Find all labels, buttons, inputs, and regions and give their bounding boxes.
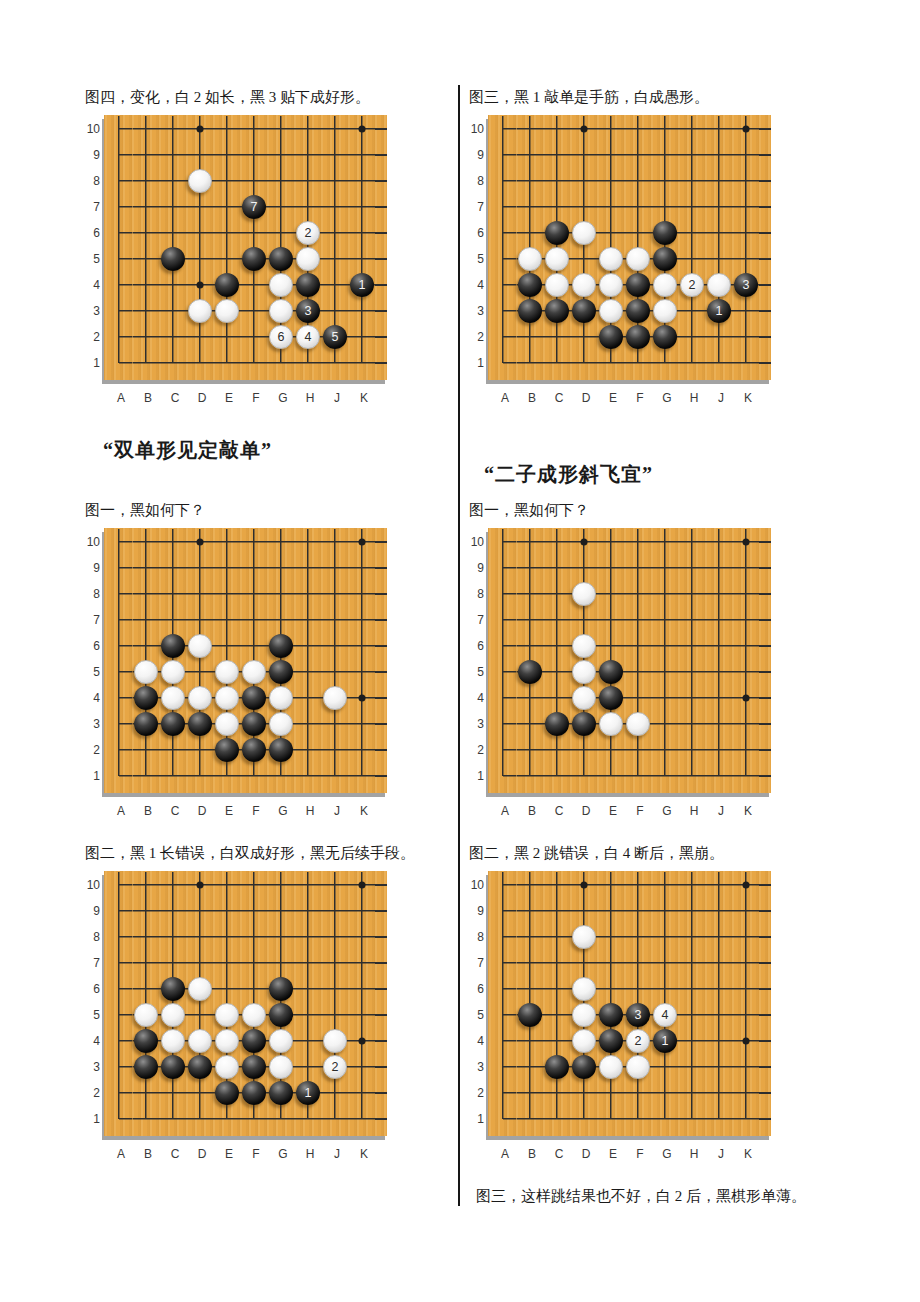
intersection-G6 — [268, 220, 295, 246]
section-heading-right: “二子成形斜飞宜” — [484, 461, 653, 488]
intersection-C7 — [160, 194, 187, 220]
intersection-G5 — [652, 246, 679, 272]
column-label-D: D — [573, 804, 600, 818]
intersection-G7 — [652, 950, 679, 976]
intersection-K7 — [733, 607, 760, 633]
intersection-F6 — [625, 220, 652, 246]
intersection-J10 — [706, 529, 733, 555]
intersection-K6 — [733, 976, 760, 1002]
intersection-K5 — [733, 246, 760, 272]
intersection-H7 — [679, 950, 706, 976]
intersection-H3 — [679, 1054, 706, 1080]
intersection-B10 — [517, 116, 544, 142]
intersection-G9 — [652, 555, 679, 581]
intersection-K7 — [733, 950, 760, 976]
intersection-B1 — [517, 763, 544, 789]
black-stone-G5 — [269, 247, 293, 271]
intersection-A4 — [106, 272, 133, 298]
intersection-A3 — [106, 1054, 133, 1080]
intersection-C3 — [544, 711, 571, 737]
row-label-9: 9 — [469, 555, 486, 581]
intersection-C4 — [544, 1028, 571, 1054]
intersection-H9 — [679, 898, 706, 924]
white-stone-G3 — [269, 712, 293, 736]
intersection-E8 — [214, 168, 241, 194]
column-labels: ABCDEFGHJK — [492, 391, 762, 405]
intersection-G7 — [268, 950, 295, 976]
intersection-H3 — [679, 298, 706, 324]
intersection-F5 — [241, 1002, 268, 1028]
white-stone-G5-move-4: 4 — [653, 1003, 677, 1027]
intersection-H5 — [295, 246, 322, 272]
intersection-C9 — [544, 898, 571, 924]
intersection-E7 — [214, 950, 241, 976]
intersection-G4 — [652, 685, 679, 711]
column-label-D: D — [189, 1147, 216, 1161]
intersection-C7 — [544, 950, 571, 976]
intersection-K8 — [349, 924, 376, 950]
intersection-J6 — [322, 976, 349, 1002]
intersection-G7 — [652, 194, 679, 220]
intersection-C6 — [160, 976, 187, 1002]
intersection-D2 — [187, 737, 214, 763]
intersection-D3 — [571, 1054, 598, 1080]
intersection-E4 — [598, 272, 625, 298]
intersection-H5 — [295, 1002, 322, 1028]
black-stone-F3 — [242, 1055, 266, 1079]
intersection-K9 — [349, 142, 376, 168]
intersection-H10 — [295, 116, 322, 142]
intersection-A2 — [106, 737, 133, 763]
intersection-C10 — [544, 116, 571, 142]
intersection-D4 — [571, 272, 598, 298]
intersection-K10 — [733, 529, 760, 555]
intersection-J2 — [706, 324, 733, 350]
intersection-E5 — [214, 1002, 241, 1028]
intersection-C6 — [544, 633, 571, 659]
white-stone-F3 — [626, 712, 650, 736]
intersection-D3 — [187, 1054, 214, 1080]
row-label-3: 3 — [85, 1054, 102, 1080]
intersection-G1 — [652, 1106, 679, 1132]
intersection-G3 — [652, 711, 679, 737]
black-stone-F4 — [242, 1029, 266, 1053]
intersection-A9 — [490, 142, 517, 168]
intersection-D2 — [187, 324, 214, 350]
intersection-B1 — [133, 350, 160, 376]
black-stone-C6 — [161, 977, 185, 1001]
column-label-D: D — [189, 391, 216, 405]
black-stone-F7-move-7: 7 — [242, 195, 266, 219]
column-label-F: F — [243, 804, 270, 818]
row-label-1: 1 — [469, 1106, 486, 1132]
intersection-C9 — [544, 142, 571, 168]
intersection-K8 — [349, 581, 376, 607]
intersection-C10 — [544, 872, 571, 898]
intersection-K4 — [349, 685, 376, 711]
intersection-B9 — [517, 555, 544, 581]
intersection-H2 — [295, 737, 322, 763]
intersection-H7 — [295, 607, 322, 633]
white-stone-G3 — [269, 299, 293, 323]
intersection-C2 — [544, 324, 571, 350]
intersection-K6 — [349, 976, 376, 1002]
intersection-E2 — [214, 737, 241, 763]
column-label-E: E — [216, 1147, 243, 1161]
intersection-G5: 4 — [652, 1002, 679, 1028]
row-label-6: 6 — [85, 220, 102, 246]
intersection-K4 — [733, 1028, 760, 1054]
intersection-D1 — [187, 763, 214, 789]
intersection-F5 — [241, 246, 268, 272]
intersection-J10 — [322, 116, 349, 142]
intersection-G3 — [652, 298, 679, 324]
intersection-A4 — [490, 685, 517, 711]
column-label-J: J — [708, 1147, 735, 1161]
go-board: 10987654321 7213645 ABCDEFGHJK — [85, 115, 415, 430]
black-stone-G4-move-1: 1 — [653, 1029, 677, 1053]
intersection-C7 — [544, 607, 571, 633]
intersection-D4 — [571, 1028, 598, 1054]
intersection-J5 — [322, 246, 349, 272]
intersection-F8 — [625, 924, 652, 950]
intersection-E2 — [598, 737, 625, 763]
intersection-C5 — [544, 1002, 571, 1028]
intersection-G5 — [268, 659, 295, 685]
diagram-caption: 图一，黑如何下？ — [469, 502, 799, 519]
intersection-D7 — [187, 194, 214, 220]
intersection-A8 — [106, 168, 133, 194]
intersection-K9 — [349, 555, 376, 581]
intersection-H5 — [679, 246, 706, 272]
intersection-A5 — [106, 659, 133, 685]
column-label-B: B — [519, 391, 546, 405]
column-label-E: E — [600, 804, 627, 818]
white-stone-D8 — [188, 169, 212, 193]
row-label-5: 5 — [469, 246, 486, 272]
intersection-A9 — [106, 142, 133, 168]
black-stone-B4 — [134, 1029, 158, 1053]
intersection-C8 — [544, 168, 571, 194]
intersection-F9 — [241, 898, 268, 924]
intersection-K3 — [733, 1054, 760, 1080]
column-label-G: G — [654, 391, 681, 405]
intersection-D8 — [571, 924, 598, 950]
intersection-J1 — [706, 763, 733, 789]
intersection-H4 — [679, 685, 706, 711]
intersection-C6 — [544, 220, 571, 246]
intersection-A6 — [490, 633, 517, 659]
row-labels: 10987654321 — [469, 116, 486, 376]
intersection-J3 — [706, 1054, 733, 1080]
row-label-2: 2 — [85, 324, 102, 350]
intersection-E10 — [598, 872, 625, 898]
intersection-G8 — [652, 924, 679, 950]
intersection-E6 — [214, 633, 241, 659]
intersection-H9 — [679, 555, 706, 581]
black-stone-G2 — [269, 738, 293, 762]
column-label-J: J — [708, 804, 735, 818]
intersection-B9 — [133, 898, 160, 924]
intersection-A2 — [490, 1080, 517, 1106]
intersection-E9 — [598, 898, 625, 924]
intersection-F8 — [241, 581, 268, 607]
intersection-C2 — [160, 1080, 187, 1106]
intersection-F1 — [625, 763, 652, 789]
intersection-J2 — [322, 737, 349, 763]
intersection-E5 — [598, 246, 625, 272]
row-label-7: 7 — [85, 950, 102, 976]
white-stone-C5 — [545, 247, 569, 271]
intersection-G2 — [652, 324, 679, 350]
intersection-B10 — [133, 529, 160, 555]
intersection-B3 — [133, 298, 160, 324]
intersection-D2 — [571, 324, 598, 350]
intersection-D9 — [571, 898, 598, 924]
intersection-H9 — [679, 142, 706, 168]
row-label-1: 1 — [85, 1106, 102, 1132]
column-label-D: D — [189, 804, 216, 818]
intersection-A10 — [106, 116, 133, 142]
intersection-G3 — [268, 298, 295, 324]
row-label-8: 8 — [85, 581, 102, 607]
white-stone-E3 — [215, 712, 239, 736]
intersection-C7 — [160, 607, 187, 633]
row-label-1: 1 — [469, 350, 486, 376]
intersection-F8 — [241, 924, 268, 950]
intersection-G2 — [652, 737, 679, 763]
intersection-K1 — [733, 350, 760, 376]
go-board: 10987654321 21 ABCDEFGHJK — [85, 871, 415, 1186]
column-label-A: A — [108, 391, 135, 405]
diagram-caption: 图二，黑 2 跳错误，白 4 断后，黑崩。 — [469, 845, 799, 862]
intersection-A10 — [106, 872, 133, 898]
intersection-G10 — [652, 529, 679, 555]
intersection-K9 — [349, 898, 376, 924]
row-labels: 10987654321 — [85, 872, 102, 1132]
intersection-J4 — [706, 272, 733, 298]
row-label-1: 1 — [85, 350, 102, 376]
row-label-7: 7 — [469, 194, 486, 220]
intersection-H3 — [679, 711, 706, 737]
intersection-K6 — [349, 633, 376, 659]
intersection-H6 — [679, 633, 706, 659]
column-label-B: B — [519, 1147, 546, 1161]
board-grid: 3421 — [490, 872, 760, 1132]
white-stone-F5 — [242, 1003, 266, 1027]
black-stone-D3 — [188, 712, 212, 736]
intersection-G8 — [268, 581, 295, 607]
intersection-G3 — [268, 711, 295, 737]
white-stone-B5 — [518, 247, 542, 271]
white-stone-D5 — [572, 1003, 596, 1027]
intersection-E1 — [214, 1106, 241, 1132]
intersection-C3 — [544, 1054, 571, 1080]
intersection-G6 — [268, 633, 295, 659]
row-label-2: 2 — [469, 324, 486, 350]
intersection-C6 — [544, 976, 571, 1002]
intersection-J8 — [706, 168, 733, 194]
intersection-E9 — [214, 898, 241, 924]
intersection-G1 — [268, 1106, 295, 1132]
intersection-C2 — [160, 324, 187, 350]
intersection-A6 — [106, 220, 133, 246]
column-divider — [458, 85, 460, 1206]
row-label-3: 3 — [85, 711, 102, 737]
column-label-F: F — [243, 1147, 270, 1161]
intersection-K2 — [733, 324, 760, 350]
intersection-A4 — [490, 272, 517, 298]
go-diagram-5: 图二，黑 1 长错误，白双成好形，黑无后续手段。 10987654321 21 … — [85, 845, 415, 1186]
intersection-B2 — [133, 737, 160, 763]
intersection-H10 — [679, 116, 706, 142]
white-stone-C4 — [545, 273, 569, 297]
white-stone-E3 — [599, 299, 623, 323]
black-stone-H3-move-3: 3 — [296, 299, 320, 323]
intersection-B7 — [133, 194, 160, 220]
intersection-G1 — [268, 350, 295, 376]
intersection-B3 — [517, 711, 544, 737]
column-label-K: K — [351, 1147, 378, 1161]
intersection-H8 — [679, 581, 706, 607]
intersection-G9 — [652, 898, 679, 924]
intersection-B8 — [133, 168, 160, 194]
intersection-J7 — [706, 950, 733, 976]
intersection-F10 — [241, 872, 268, 898]
intersection-E9 — [598, 555, 625, 581]
intersection-B1 — [133, 763, 160, 789]
board-wood — [488, 528, 771, 793]
row-label-6: 6 — [85, 633, 102, 659]
board-grid-right-extension — [759, 116, 771, 376]
intersection-B8 — [133, 581, 160, 607]
black-stone-D3 — [188, 1055, 212, 1079]
intersection-G2 — [268, 1080, 295, 1106]
white-stone-J4 — [323, 686, 347, 710]
white-stone-E3 — [599, 1055, 623, 1079]
column-label-D: D — [573, 391, 600, 405]
column-label-J: J — [324, 391, 351, 405]
intersection-H1 — [295, 350, 322, 376]
intersection-K6 — [349, 220, 376, 246]
intersection-H6 — [679, 976, 706, 1002]
row-label-6: 6 — [469, 633, 486, 659]
intersection-D1 — [187, 1106, 214, 1132]
column-label-A: A — [492, 804, 519, 818]
intersection-K8 — [733, 581, 760, 607]
white-stone-F5 — [242, 660, 266, 684]
intersection-A1 — [490, 1106, 517, 1132]
intersection-A5 — [490, 246, 517, 272]
intersection-B9 — [133, 142, 160, 168]
white-stone-B5 — [134, 660, 158, 684]
intersection-B2 — [517, 1080, 544, 1106]
intersection-F8 — [625, 581, 652, 607]
intersection-A3 — [490, 711, 517, 737]
black-stone-C3 — [545, 712, 569, 736]
board-grid-right-extension — [375, 529, 387, 789]
intersection-A5 — [106, 246, 133, 272]
white-stone-E3 — [599, 712, 623, 736]
intersection-E10 — [598, 116, 625, 142]
intersection-A4 — [106, 1028, 133, 1054]
intersection-G9 — [652, 142, 679, 168]
intersection-E3 — [598, 1054, 625, 1080]
intersection-A8 — [490, 581, 517, 607]
intersection-G2 — [652, 1080, 679, 1106]
intersection-C3 — [160, 298, 187, 324]
intersection-H1 — [295, 763, 322, 789]
intersection-A1 — [490, 350, 517, 376]
row-label-7: 7 — [85, 607, 102, 633]
intersection-K10 — [733, 116, 760, 142]
intersection-J3 — [706, 711, 733, 737]
intersection-E4 — [214, 272, 241, 298]
row-label-8: 8 — [469, 924, 486, 950]
intersection-A8 — [106, 581, 133, 607]
intersection-J8 — [706, 924, 733, 950]
black-stone-C3 — [545, 1055, 569, 1079]
intersection-A3 — [106, 298, 133, 324]
diagram-caption: 图四，变化，白 2 如长，黑 3 贴下成好形。 — [85, 89, 415, 106]
white-stone-D6 — [572, 634, 596, 658]
row-label-3: 3 — [469, 1054, 486, 1080]
row-label-10: 10 — [85, 529, 102, 555]
intersection-A6 — [106, 633, 133, 659]
intersection-C3 — [160, 1054, 187, 1080]
row-label-10: 10 — [85, 872, 102, 898]
intersection-E10 — [598, 529, 625, 555]
intersection-J9 — [706, 142, 733, 168]
intersection-K4 — [349, 1028, 376, 1054]
intersection-K9 — [733, 898, 760, 924]
intersection-F3 — [625, 1054, 652, 1080]
intersection-J4 — [322, 1028, 349, 1054]
intersection-H1 — [295, 1106, 322, 1132]
intersection-H5 — [679, 659, 706, 685]
intersection-A3 — [106, 711, 133, 737]
intersection-E8 — [598, 168, 625, 194]
board-grid — [490, 529, 760, 789]
intersection-B10 — [133, 116, 160, 142]
intersection-A5 — [490, 1002, 517, 1028]
intersection-A7 — [106, 950, 133, 976]
intersection-D7 — [571, 950, 598, 976]
row-label-2: 2 — [85, 1080, 102, 1106]
intersection-G10 — [652, 116, 679, 142]
intersection-F4 — [625, 272, 652, 298]
intersection-A7 — [106, 194, 133, 220]
intersection-D3 — [571, 711, 598, 737]
white-stone-E5 — [215, 660, 239, 684]
intersection-B7 — [133, 607, 160, 633]
intersection-K1 — [349, 1106, 376, 1132]
white-stone-C4 — [161, 686, 185, 710]
intersection-B6 — [517, 633, 544, 659]
intersection-J10 — [322, 529, 349, 555]
row-labels: 10987654321 — [85, 116, 102, 376]
intersection-A2 — [106, 1080, 133, 1106]
intersection-F9 — [241, 142, 268, 168]
white-stone-J3-move-2: 2 — [323, 1055, 347, 1079]
intersection-J4 — [322, 272, 349, 298]
intersection-A10 — [106, 529, 133, 555]
board-grid: 21 — [106, 872, 376, 1132]
intersection-F7 — [625, 950, 652, 976]
white-stone-D4 — [572, 1029, 596, 1053]
intersection-K5 — [349, 1002, 376, 1028]
row-label-9: 9 — [85, 555, 102, 581]
